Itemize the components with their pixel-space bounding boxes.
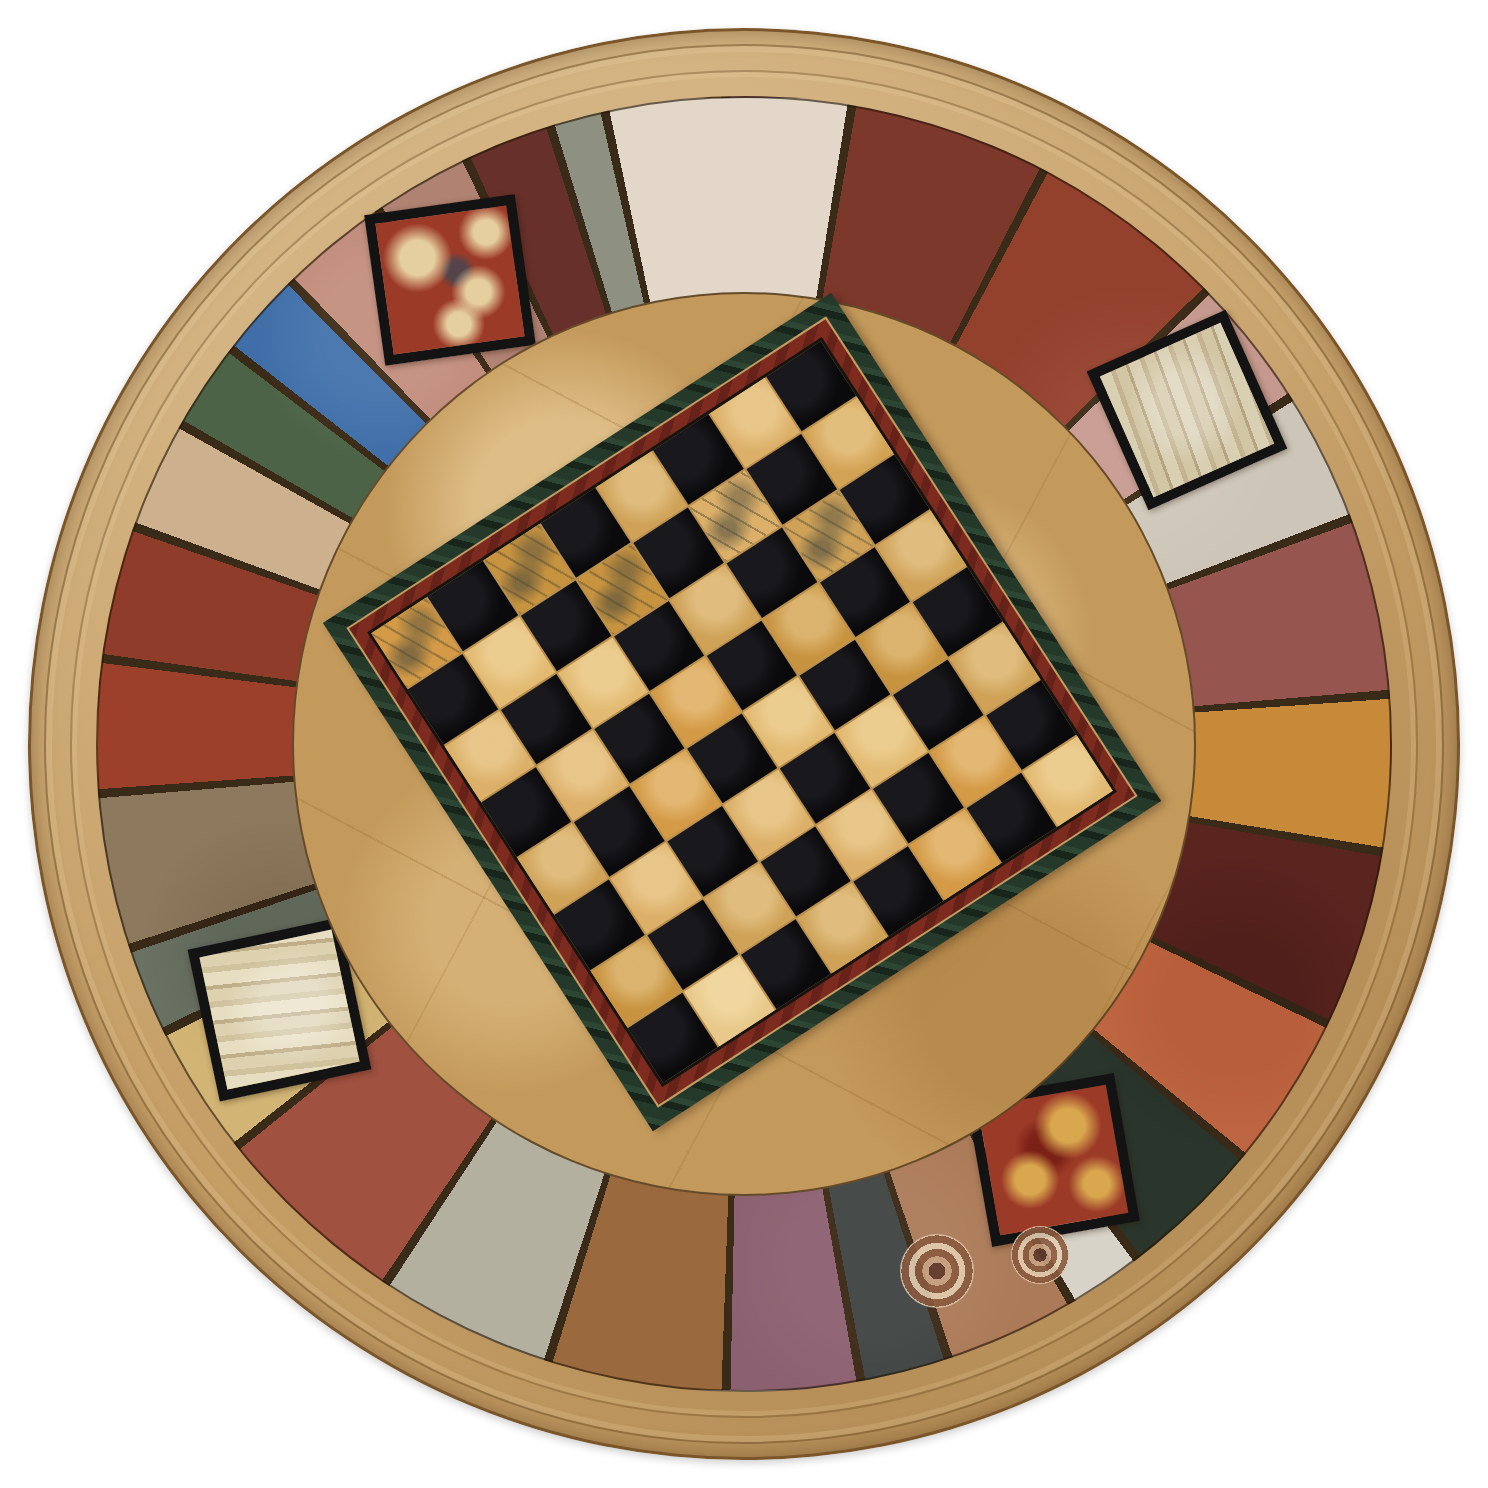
specimen-fill	[375, 206, 524, 355]
agate-eye	[900, 1234, 974, 1308]
framed-specimen-nw-red-cream-breccia	[364, 195, 536, 367]
agate-eye	[1011, 1226, 1069, 1284]
table-top	[28, 28, 1460, 1460]
tabletop-photo	[0, 0, 1488, 1488]
specimen-fill	[200, 930, 360, 1090]
